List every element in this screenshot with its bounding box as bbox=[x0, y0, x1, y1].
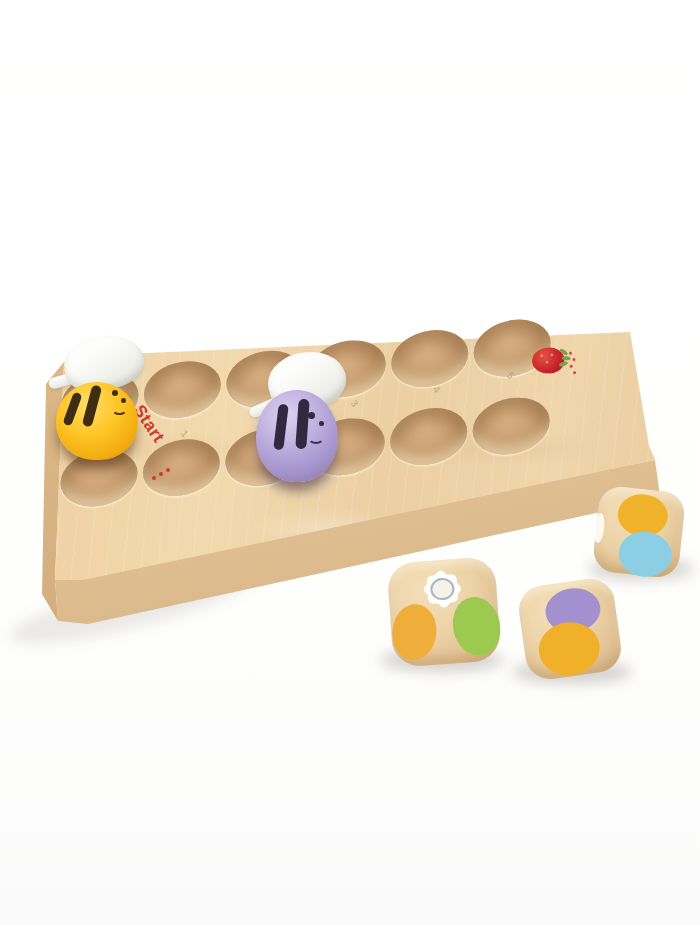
die3-yellow-dot bbox=[535, 618, 603, 679]
colour-die-3[interactable] bbox=[516, 576, 624, 682]
bee-eye bbox=[308, 412, 315, 419]
bee-mouth bbox=[308, 432, 324, 444]
yellow-bee-piece[interactable] bbox=[52, 332, 148, 464]
purple-bee-piece[interactable] bbox=[246, 346, 346, 486]
product-photo-stage: Classic WORLD Start 0 1 2 3 4 5 bbox=[0, 0, 700, 925]
bee-stripe bbox=[295, 399, 309, 450]
bee-mouth bbox=[112, 404, 127, 415]
cell-back-1 bbox=[141, 345, 224, 433]
bee-eye bbox=[112, 390, 118, 396]
bee-stripe bbox=[273, 404, 289, 451]
bee-stripe bbox=[62, 391, 82, 426]
yellow-bee-body bbox=[56, 382, 138, 460]
pit-back-1[interactable] bbox=[144, 357, 222, 423]
colour-die-2[interactable] bbox=[387, 556, 502, 667]
pit-front-1[interactable] bbox=[143, 435, 221, 501]
cell-front-5 bbox=[469, 382, 552, 470]
bee-eye bbox=[121, 398, 126, 403]
bee-stripe bbox=[82, 384, 103, 427]
pit-back-4[interactable] bbox=[391, 326, 469, 392]
cell-back-4 bbox=[388, 314, 471, 402]
pit-front-5[interactable] bbox=[472, 393, 550, 459]
die1-cyan-dot bbox=[616, 529, 673, 579]
bee-eye bbox=[319, 421, 324, 426]
pit-front-4[interactable] bbox=[390, 404, 468, 470]
cell-front-4 bbox=[387, 392, 470, 480]
purple-bee-body bbox=[256, 390, 338, 482]
cell-back-5 bbox=[470, 304, 553, 392]
bee-eye bbox=[303, 427, 307, 431]
colour-die-1[interactable] bbox=[592, 485, 687, 580]
